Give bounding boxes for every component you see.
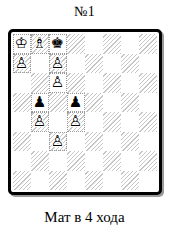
square-a3[interactable] (13, 132, 31, 152)
square-b5[interactable]: ♟ (31, 93, 49, 113)
square-b4[interactable]: ♙ (31, 112, 49, 132)
square-b7[interactable] (31, 54, 49, 74)
square-f8[interactable] (103, 34, 121, 54)
square-g7[interactable] (121, 54, 139, 74)
white-pawn[interactable]: ♙ (33, 114, 46, 129)
square-b1[interactable] (31, 171, 49, 191)
square-e2[interactable] (85, 151, 103, 171)
square-h2[interactable] (139, 151, 157, 171)
black-pawn[interactable]: ♟ (69, 95, 82, 110)
square-b3[interactable] (31, 132, 49, 152)
square-a8[interactable]: ♔ (13, 34, 31, 54)
square-a1[interactable] (13, 171, 31, 191)
puzzle-number-title: №1 (0, 0, 169, 21)
square-h8[interactable] (139, 34, 157, 54)
square-b8[interactable]: ♗ (31, 34, 49, 54)
square-e3[interactable] (85, 132, 103, 152)
square-a2[interactable] (13, 151, 31, 171)
square-c2[interactable] (49, 151, 67, 171)
black-pawn[interactable]: ♟ (33, 95, 46, 110)
square-a5[interactable] (13, 93, 31, 113)
square-c6[interactable]: ♙ (49, 73, 67, 93)
square-f3[interactable] (103, 132, 121, 152)
square-f4[interactable] (103, 112, 121, 132)
square-h1[interactable] (139, 171, 157, 191)
square-b2[interactable] (31, 151, 49, 171)
square-c8[interactable]: ♚ (49, 34, 67, 54)
square-d8[interactable] (67, 34, 85, 54)
puzzle-task-caption: Мат в 4 хода (0, 208, 169, 227)
square-g8[interactable] (121, 34, 139, 54)
white-pawn[interactable]: ♙ (15, 56, 28, 71)
puzzle-page: №1 ♔♗♚♙♙♙♟♟♙♙♙ Мат в 4 хода (0, 0, 169, 238)
square-g6[interactable] (121, 73, 139, 93)
board-area: ♔♗♚♙♙♙♟♟♙♙♙ (0, 29, 169, 195)
square-h6[interactable] (139, 73, 157, 93)
square-d7[interactable] (67, 54, 85, 74)
square-h4[interactable] (139, 112, 157, 132)
square-c4[interactable] (49, 112, 67, 132)
square-h7[interactable] (139, 54, 157, 74)
square-b6[interactable] (31, 73, 49, 93)
square-g1[interactable] (121, 171, 139, 191)
white-pawn[interactable]: ♙ (51, 134, 64, 149)
square-c1[interactable] (49, 171, 67, 191)
square-d1[interactable] (67, 171, 85, 191)
square-g4[interactable] (121, 112, 139, 132)
white-king[interactable]: ♔ (15, 36, 28, 51)
square-d6[interactable] (67, 73, 85, 93)
square-g3[interactable] (121, 132, 139, 152)
square-e7[interactable] (85, 54, 103, 74)
square-g5[interactable] (121, 93, 139, 113)
board-frame: ♔♗♚♙♙♙♟♟♙♙♙ (8, 29, 162, 195)
black-king[interactable]: ♚ (51, 36, 64, 51)
white-pawn[interactable]: ♙ (51, 75, 64, 90)
white-bishop[interactable]: ♗ (33, 36, 46, 51)
square-e1[interactable] (85, 171, 103, 191)
square-h5[interactable] (139, 93, 157, 113)
square-h3[interactable] (139, 132, 157, 152)
square-c3[interactable]: ♙ (49, 132, 67, 152)
square-f6[interactable] (103, 73, 121, 93)
white-pawn[interactable]: ♙ (69, 114, 82, 129)
square-e4[interactable] (85, 112, 103, 132)
square-f7[interactable] (103, 54, 121, 74)
white-pawn[interactable]: ♙ (51, 56, 64, 71)
square-f2[interactable] (103, 151, 121, 171)
square-a4[interactable] (13, 112, 31, 132)
square-d4[interactable]: ♙ (67, 112, 85, 132)
square-e8[interactable] (85, 34, 103, 54)
square-c7[interactable]: ♙ (49, 54, 67, 74)
square-f1[interactable] (103, 171, 121, 191)
square-f5[interactable] (103, 93, 121, 113)
square-a6[interactable] (13, 73, 31, 93)
square-d5[interactable]: ♟ (67, 93, 85, 113)
square-d3[interactable] (67, 132, 85, 152)
square-e6[interactable] (85, 73, 103, 93)
square-e5[interactable] (85, 93, 103, 113)
square-g2[interactable] (121, 151, 139, 171)
chess-board: ♔♗♚♙♙♙♟♟♙♙♙ (13, 34, 157, 190)
square-c5[interactable] (49, 93, 67, 113)
square-a7[interactable]: ♙ (13, 54, 31, 74)
square-d2[interactable] (67, 151, 85, 171)
